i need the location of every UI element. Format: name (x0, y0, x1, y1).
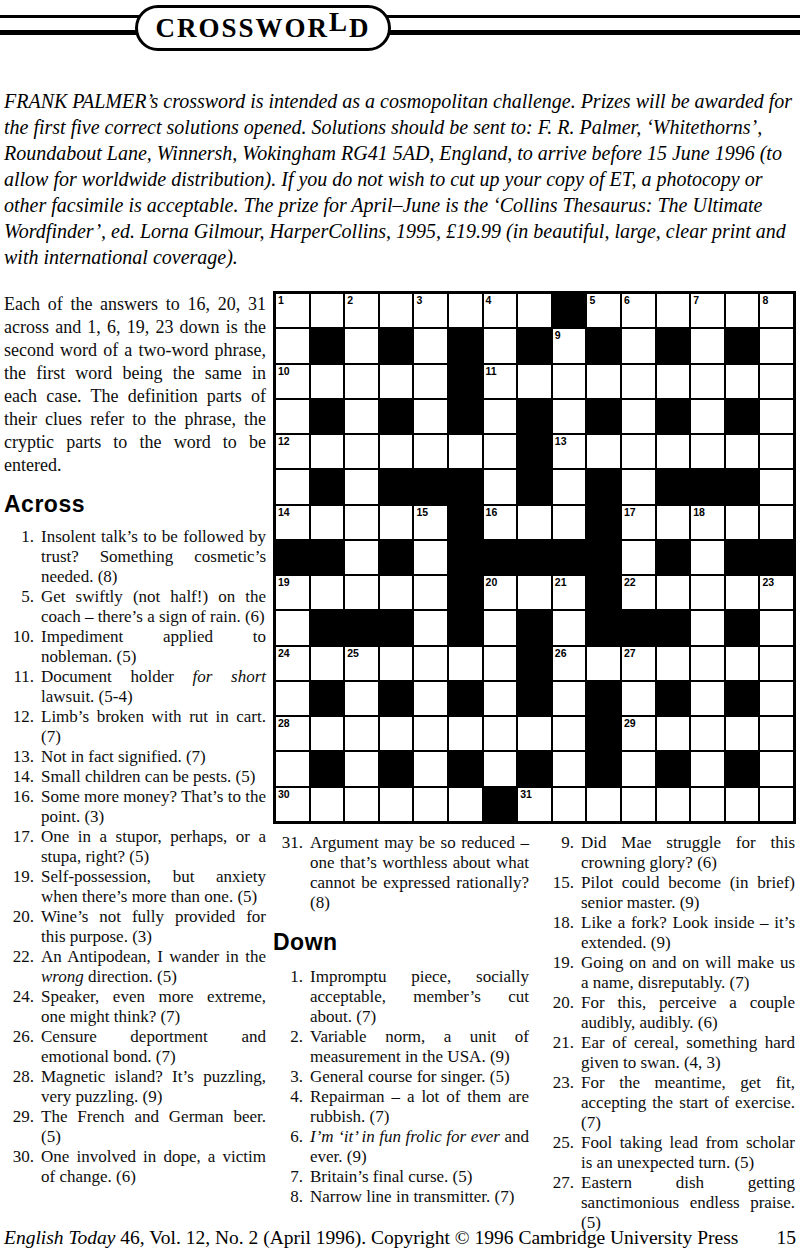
grid-cell[interactable] (275, 399, 310, 434)
grid-cell[interactable]: 9 (552, 328, 587, 363)
right-column: 1234567891011121314151617181920212223242… (273, 291, 800, 1233)
grid-cell[interactable] (275, 751, 310, 786)
grid-cell[interactable]: 10 (275, 364, 310, 399)
cell-number: 11 (486, 365, 497, 378)
clue-number: 9. (538, 833, 581, 873)
grid-cell[interactable]: 25 (344, 646, 379, 681)
grid-cell[interactable] (379, 293, 414, 328)
grid-cell[interactable] (517, 575, 552, 610)
grid-cell[interactable]: 22 (621, 575, 656, 610)
grid-cell-black (586, 328, 621, 363)
clue-number: 6. (273, 1127, 310, 1167)
grid-cell[interactable] (483, 328, 518, 363)
grid-cell[interactable]: 15 (413, 505, 448, 540)
clue-across-12: 12.Limb’s broken with rut in cart. (7) (4, 707, 266, 747)
grid-cell[interactable] (725, 293, 760, 328)
cell-number: 17 (624, 506, 636, 519)
clue-down-19: 19.Going on and on will make us a name, … (538, 953, 795, 993)
grid-cell[interactable]: 6 (621, 293, 656, 328)
grid-cell[interactable] (690, 751, 725, 786)
grid-cell[interactable] (344, 434, 379, 469)
grid-cell[interactable] (759, 434, 794, 469)
grid-cell[interactable] (379, 716, 414, 751)
grid-cell[interactable]: 7 (690, 293, 725, 328)
puzzle-note: Each of the answers to 16, 20, 31 across… (4, 293, 266, 477)
clue-number: 19. (4, 867, 41, 907)
grid-cell[interactable] (690, 364, 725, 399)
grid-cell[interactable]: 18 (690, 505, 725, 540)
grid-cell[interactable] (759, 751, 794, 786)
grid-cell[interactable] (517, 293, 552, 328)
clue-across-17: 17.One in a stupor, perhaps, or a stupa,… (4, 827, 266, 867)
grid-cell[interactable]: 31 (517, 787, 552, 822)
grid-cell[interactable] (621, 540, 656, 575)
grid-cell[interactable]: 26 (552, 646, 587, 681)
grid-cell[interactable] (759, 716, 794, 751)
grid-cell[interactable] (517, 716, 552, 751)
grid-cell[interactable] (586, 434, 621, 469)
grid-cell[interactable]: 21 (552, 575, 587, 610)
cell-number: 9 (555, 329, 561, 342)
grid-cell[interactable] (413, 434, 448, 469)
grid-cell[interactable] (586, 364, 621, 399)
grid-cell-black (310, 399, 345, 434)
grid-cell-black (759, 540, 794, 575)
grid-cell-black (517, 434, 552, 469)
grid-cell[interactable] (448, 646, 483, 681)
grid-cell[interactable] (656, 505, 691, 540)
cell-number: 29 (624, 717, 636, 730)
grid-cell[interactable]: 27 (621, 646, 656, 681)
grid-cell-black (517, 469, 552, 504)
grid-cell[interactable] (448, 434, 483, 469)
grid-cell[interactable] (344, 540, 379, 575)
clue-text: Get swiftly (not half!) on the coach – t… (41, 587, 266, 627)
grid-cell[interactable] (310, 434, 345, 469)
masthead: CROSSWORLD (0, 4, 800, 52)
clue-across-24: 24.Speaker, even more extreme, one might… (4, 987, 266, 1027)
grid-cell[interactable] (552, 364, 587, 399)
grid-cell[interactable] (552, 505, 587, 540)
grid-cell[interactable] (310, 505, 345, 540)
grid-cell[interactable] (690, 575, 725, 610)
cell-number: 24 (278, 647, 290, 660)
grid-cell[interactable] (552, 787, 587, 822)
grid-cell[interactable] (656, 787, 691, 822)
clue-number: 14. (4, 767, 41, 787)
grid-cell-black (586, 575, 621, 610)
grid-cell[interactable] (413, 328, 448, 363)
grid-cell-black (725, 681, 760, 716)
grid-cell-black (656, 469, 691, 504)
clue-across-20: 20.Wine’s not fully provided for this pu… (4, 907, 266, 947)
cell-number: 19 (278, 576, 290, 589)
clue-across-22: 22.An Antipodean, I wander in the wrong … (4, 947, 266, 987)
cell-number: 13 (555, 435, 567, 448)
grid-cell[interactable] (621, 399, 656, 434)
clue-number: 10. (4, 627, 41, 667)
masthead-title-pre: CROSSWOR (155, 13, 329, 44)
clue-across-29: 29.The French and German beer. (5) (4, 1107, 266, 1147)
grid-cell[interactable]: 24 (275, 646, 310, 681)
grid-cell[interactable] (690, 434, 725, 469)
lower-clue-columns: 31.Argument may be so reduced – one that… (273, 833, 800, 1233)
grid-cell[interactable] (344, 328, 379, 363)
clue-text: Britain’s final curse. (5) (310, 1167, 529, 1187)
grid-cell[interactable] (690, 328, 725, 363)
cell-number: 1 (278, 294, 284, 307)
grid-cell[interactable] (379, 575, 414, 610)
grid-cell[interactable]: 5 (586, 293, 621, 328)
grid-cell[interactable] (552, 751, 587, 786)
grid-cell-black (483, 787, 518, 822)
grid-cell[interactable] (379, 787, 414, 822)
cell-number: 5 (589, 294, 595, 307)
grid-cell-black (379, 328, 414, 363)
grid-cell[interactable] (344, 575, 379, 610)
grid-cell-black (621, 610, 656, 645)
grid-cell[interactable]: 8 (759, 293, 794, 328)
grid-cell[interactable]: 4 (483, 293, 518, 328)
grid-cell[interactable] (483, 681, 518, 716)
grid-cell[interactable] (725, 716, 760, 751)
grid-cell[interactable] (656, 646, 691, 681)
clue-number: 1. (4, 527, 41, 587)
clue-text: I’m ‘it’ in fun frolic for ever and ever… (310, 1127, 529, 1167)
clue-text: Fool taking lead from scholar is an unex… (581, 1133, 795, 1173)
grid-cell-black (586, 505, 621, 540)
magazine-page: CROSSWORLD FRANK PALMER’s crossword is i… (0, 0, 800, 1258)
cell-number: 7 (693, 294, 699, 307)
clue-text: Insolent talk’s to be followed by trust?… (41, 527, 266, 587)
grid-cell[interactable] (310, 364, 345, 399)
grid-cell[interactable]: 2 (344, 293, 379, 328)
journal-citation: English Today 46, Vol. 12, No. 2 (April … (4, 1227, 738, 1249)
grid-cell[interactable] (344, 681, 379, 716)
grid-cell[interactable] (413, 787, 448, 822)
grid-cell[interactable] (344, 787, 379, 822)
grid-cell[interactable] (621, 364, 656, 399)
across-clue-list: 1.Insolent talk’s to be followed by trus… (4, 527, 266, 1187)
grid-cell[interactable] (413, 681, 448, 716)
grid-cell-black (448, 540, 483, 575)
grid-cell[interactable] (310, 716, 345, 751)
clue-down-18: 18.Like a fork? Look inside – it’s exten… (538, 913, 795, 953)
masthead-title-raised-l: L (329, 7, 349, 38)
grid-cell[interactable]: 1 (275, 293, 310, 328)
grid-cell[interactable] (690, 399, 725, 434)
grid-cell[interactable] (413, 610, 448, 645)
grid-cell[interactable]: 29 (621, 716, 656, 751)
grid-cell-black (656, 540, 691, 575)
grid-cell[interactable] (690, 716, 725, 751)
clue-text: For the meantime, get fit, accepting the… (581, 1073, 795, 1133)
masthead-rule-thick (0, 30, 800, 35)
grid-cell[interactable] (483, 469, 518, 504)
grid-cell[interactable] (586, 646, 621, 681)
grid-cell[interactable] (656, 575, 691, 610)
grid-cell[interactable] (310, 787, 345, 822)
grid-cell[interactable] (690, 787, 725, 822)
clue-down-21: 21.Ear of cereal, something hard given t… (538, 1033, 795, 1073)
grid-cell[interactable]: 13 (552, 434, 587, 469)
cell-number: 27 (624, 647, 636, 660)
clue-number: 26. (4, 1027, 41, 1067)
middle-column: 31.Argument may be so reduced – one that… (273, 833, 529, 1233)
grid-cell-black (725, 328, 760, 363)
grid-cell[interactable] (344, 716, 379, 751)
grid-cell[interactable] (759, 681, 794, 716)
grid-cell[interactable] (483, 716, 518, 751)
clue-number: 27. (538, 1173, 581, 1233)
clue-number: 8. (273, 1187, 310, 1207)
grid-cell[interactable] (379, 364, 414, 399)
clue-text: An Antipodean, I wander in the wrong dir… (41, 947, 266, 987)
grid-cell[interactable] (517, 505, 552, 540)
grid-cell[interactable] (275, 681, 310, 716)
grid-cell[interactable] (759, 469, 794, 504)
grid-cell[interactable] (725, 646, 760, 681)
grid-cell[interactable] (310, 293, 345, 328)
grid-cell[interactable] (413, 751, 448, 786)
clue-number: 1. (273, 967, 310, 1027)
grid-cell-black (310, 681, 345, 716)
grid-cell[interactable]: 17 (621, 505, 656, 540)
grid-cell[interactable] (483, 434, 518, 469)
grid-cell[interactable] (621, 469, 656, 504)
grid-cell[interactable] (413, 364, 448, 399)
grid-cell[interactable] (275, 328, 310, 363)
grid-cell-black (586, 540, 621, 575)
grid-cell[interactable] (517, 364, 552, 399)
grid-cell-black (310, 610, 345, 645)
clue-number: 18. (538, 913, 581, 953)
clue-number: 12. (4, 707, 41, 747)
intro-paragraph: FRANK PALMER’s crossword is intended as … (4, 88, 797, 270)
grid-cell-black (517, 540, 552, 575)
clue-down-6: 6.I’m ‘it’ in fun frolic for ever and ev… (273, 1127, 529, 1167)
grid-cell[interactable] (759, 610, 794, 645)
grid-cell-black (517, 751, 552, 786)
clue-number: 20. (538, 993, 581, 1033)
masthead-title: CROSSWORLD (135, 5, 391, 51)
clue-across-16: 16.Some more money? That’s to the point.… (4, 787, 266, 827)
grid-cell-black (656, 328, 691, 363)
grid-cell[interactable] (413, 399, 448, 434)
grid-cell[interactable] (552, 716, 587, 751)
cell-number: 20 (486, 576, 498, 589)
grid-cell[interactable] (725, 575, 760, 610)
grid-cell[interactable] (621, 787, 656, 822)
grid-cell[interactable] (759, 328, 794, 363)
grid-cell-black (310, 751, 345, 786)
grid-cell-black (413, 469, 448, 504)
grid-cell[interactable] (344, 399, 379, 434)
grid-cell[interactable] (413, 716, 448, 751)
grid-cell[interactable] (344, 469, 379, 504)
grid-cell[interactable] (621, 681, 656, 716)
grid-cell[interactable] (621, 328, 656, 363)
cell-number: 30 (278, 788, 290, 801)
clue-number: 4. (273, 1087, 310, 1127)
grid-cell[interactable] (656, 716, 691, 751)
grid-cell[interactable] (448, 787, 483, 822)
grid-cell[interactable]: 20 (483, 575, 518, 610)
clue-text: Self-possession, but anxiety when there’… (41, 867, 266, 907)
grid-cell[interactable]: 11 (483, 364, 518, 399)
grid-cell[interactable] (310, 575, 345, 610)
grid-cell-black (656, 751, 691, 786)
clue-text: One in a stupor, perhaps, or a stupa, ri… (41, 827, 266, 867)
grid-cell[interactable] (656, 434, 691, 469)
grid-cell-black (448, 505, 483, 540)
grid-cell[interactable] (552, 469, 587, 504)
clue-text: Repairman – a lot of them are rubbish. (… (310, 1087, 529, 1127)
cell-number: 4 (486, 294, 492, 307)
grid-cell[interactable] (621, 434, 656, 469)
far-right-column: 9.Did Mae struggle for this crowning glo… (538, 833, 795, 1233)
grid-cell[interactable] (759, 364, 794, 399)
grid-cell[interactable] (621, 751, 656, 786)
grid-cell[interactable] (379, 434, 414, 469)
cell-number: 3 (416, 294, 422, 307)
grid-cell[interactable] (759, 646, 794, 681)
clue-number: 28. (4, 1067, 41, 1107)
clue-down-7: 7.Britain’s final curse. (5) (273, 1167, 529, 1187)
cell-number: 22 (624, 576, 636, 589)
grid-cell[interactable] (379, 505, 414, 540)
grid-cell[interactable] (413, 575, 448, 610)
clue-across-31: 31.Argument may be so reduced – one that… (273, 833, 529, 913)
grid-cell-black (656, 610, 691, 645)
cell-number: 6 (624, 294, 630, 307)
page-number: 15 (777, 1227, 797, 1249)
clue-number: 16. (4, 787, 41, 827)
grid-cell[interactable] (759, 787, 794, 822)
grid-cell[interactable] (759, 399, 794, 434)
grid-cell[interactable]: 16 (483, 505, 518, 540)
page-footer: English Today 46, Vol. 12, No. 2 (April … (4, 1227, 796, 1249)
grid-cell[interactable] (483, 610, 518, 645)
clue-text: Impediment applied to nobleman. (5) (41, 627, 266, 667)
grid-cell[interactable] (690, 540, 725, 575)
grid-cell[interactable]: 30 (275, 787, 310, 822)
grid-cell[interactable] (725, 434, 760, 469)
clue-down-3: 3.General course for singer. (5) (273, 1067, 529, 1087)
grid-cell[interactable] (552, 681, 587, 716)
across-heading: Across (4, 491, 266, 518)
clue-text: Censure deportment and emotional bond. (… (41, 1027, 266, 1067)
clue-number: 15. (538, 873, 581, 913)
grid-cell[interactable]: 23 (759, 575, 794, 610)
clue-across-30: 30.One involved in dope, a victim of cha… (4, 1147, 266, 1187)
clue-text: For this, perceive a couple audibly, aud… (581, 993, 795, 1033)
clue-across-28: 28.Magnetic island? It’s puzzling, very … (4, 1067, 266, 1107)
grid-cell[interactable] (483, 399, 518, 434)
grid-cell[interactable] (690, 646, 725, 681)
cell-number: 25 (347, 647, 359, 660)
grid-cell[interactable] (656, 293, 691, 328)
grid-cell-black (517, 399, 552, 434)
grid-cell-black (448, 399, 483, 434)
grid-cell-black (448, 575, 483, 610)
grid-cell[interactable] (413, 540, 448, 575)
grid-cell[interactable]: 28 (275, 716, 310, 751)
clue-text: Wine’s not fully provided for this purpo… (41, 907, 266, 947)
grid-cell[interactable] (690, 610, 725, 645)
grid-cell[interactable] (310, 646, 345, 681)
grid-cell[interactable] (725, 787, 760, 822)
grid-cell-black (310, 540, 345, 575)
cell-number: 26 (555, 647, 567, 660)
cell-number: 28 (278, 717, 290, 730)
clue-number: 2. (273, 1027, 310, 1067)
grid-cell[interactable]: 14 (275, 505, 310, 540)
grid-cell-black (448, 610, 483, 645)
cell-number: 16 (486, 506, 498, 519)
grid-cell[interactable] (759, 505, 794, 540)
down-clue-list-1-8: 1.Impromptu piece, socially acceptable, … (273, 967, 529, 1207)
clue-text: Like a fork? Look inside – it’s extended… (581, 913, 795, 953)
clue-text: Eastern dish getting sanctimonious endle… (581, 1173, 795, 1233)
grid-cell-black (725, 399, 760, 434)
cell-number: 15 (416, 506, 428, 519)
grid-cell[interactable] (448, 293, 483, 328)
grid-cell-black (448, 751, 483, 786)
masthead-title-post: D (349, 13, 371, 44)
grid-cell[interactable] (586, 787, 621, 822)
grid-cell[interactable] (413, 646, 448, 681)
clue-text: Some more money? That’s to the point. (3… (41, 787, 266, 827)
grid-cell[interactable] (552, 399, 587, 434)
grid-cell[interactable] (725, 505, 760, 540)
clue-down-1: 1.Impromptu piece, socially acceptable, … (273, 967, 529, 1027)
clue-number: 13. (4, 747, 41, 767)
clue-across-26: 26.Censure deportment and emotional bond… (4, 1027, 266, 1067)
grid-cell-black (725, 610, 760, 645)
grid-cell[interactable] (275, 610, 310, 645)
grid-cell[interactable] (344, 364, 379, 399)
grid-cell-black (586, 681, 621, 716)
grid-cell[interactable] (344, 505, 379, 540)
grid-cell-black (517, 646, 552, 681)
grid-cell-black (586, 399, 621, 434)
grid-cell[interactable]: 19 (275, 575, 310, 610)
grid-cell[interactable] (552, 610, 587, 645)
clue-across-14: 14.Small children can be pests. (5) (4, 767, 266, 787)
grid-cell[interactable] (656, 364, 691, 399)
grid-cell[interactable] (448, 716, 483, 751)
grid-cell-black (483, 540, 518, 575)
grid-cell[interactable]: 12 (275, 434, 310, 469)
clue-text: Going on and on will make us a name, dis… (581, 953, 795, 993)
grid-cell[interactable] (725, 364, 760, 399)
grid-cell-black (517, 681, 552, 716)
grid-cell-black (690, 469, 725, 504)
clue-number: 3. (273, 1067, 310, 1087)
grid-cell[interactable] (379, 646, 414, 681)
clue-across-11: 11.Document holder for short lawsuit. (5… (4, 667, 266, 707)
grid-cell[interactable] (275, 469, 310, 504)
clue-down-20: 20.For this, perceive a couple audibly, … (538, 993, 795, 1033)
grid-cell[interactable] (483, 646, 518, 681)
grid-cell[interactable] (344, 751, 379, 786)
grid-cell[interactable] (690, 681, 725, 716)
grid-cell-black (448, 364, 483, 399)
grid-cell-black (586, 751, 621, 786)
grid-cell[interactable] (483, 751, 518, 786)
grid-cell[interactable]: 3 (413, 293, 448, 328)
